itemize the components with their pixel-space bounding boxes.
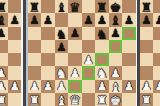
square-g2: ♟ [0,80,8,93]
square-h8 [8,0,21,13]
square-a8: ♜ [28,0,42,13]
square-d7 [68,13,82,26]
square-a1: ♜ [28,93,42,106]
square-g5 [0,40,8,53]
piece-br-g8: ♜ [0,1,7,14]
square-c7 [55,13,69,26]
square-e2 [82,80,96,93]
square-b1 [41,93,55,106]
square-g8: ♜ [0,0,8,13]
square-e5 [82,40,96,53]
square-c1: ♝ [55,93,69,106]
square-f7: ♟ [95,13,109,26]
square-g1: ♜ [0,93,8,106]
square-g2: ♝ [109,80,123,93]
piece-bp-g6: ♟ [110,28,120,40]
square-h2: ♟ [8,80,21,93]
square-a4 [28,53,42,66]
square-f3: ♞ [95,66,109,79]
piece-bp-d6: ♟ [70,28,80,40]
piece-wp-e4: ♟ [83,54,93,66]
square-h6 [8,27,21,40]
square-a5 [140,40,153,53]
piece-bk-g8: ♚ [110,1,122,14]
piece-bn-f6: ♞ [96,27,108,40]
square-h3 [122,66,136,79]
square-a5 [28,40,42,53]
square-g3: ♟ [109,66,123,79]
piece-wp-a2: ♟ [141,81,151,93]
piece-wp-b2: ♟ [154,81,160,93]
piece-wp-g2: ♟ [0,81,6,93]
piece-wp-h2: ♟ [124,81,134,93]
square-d6: ♟ [68,27,82,40]
square-h7: ♟ [8,13,21,26]
square-f5 [95,40,109,53]
square-a6 [28,27,42,40]
square-a4 [140,53,153,66]
square-b3 [41,66,55,79]
square-a7: ♟ [28,13,42,26]
square-b5 [153,40,160,53]
piece-wp-c2: ♟ [56,81,66,93]
piece-bq-d8: ♛ [69,1,81,14]
square-g4 [0,53,8,66]
square-b8 [153,0,160,13]
square-d5 [68,40,82,53]
piece-bp-b7: ♟ [154,15,160,27]
square-b7: ♟ [153,13,160,26]
square-b4 [153,53,160,66]
piece-wp-d3: ♟ [70,68,80,80]
square-g8: ♚ [109,0,123,13]
square-b1 [153,93,160,106]
square-c6: ♞ [55,27,69,40]
square-c8: ♝ [55,0,69,13]
square-d4 [68,53,82,66]
square-e3 [82,66,96,79]
piece-wr-f1: ♜ [96,93,108,106]
square-a2: ♟ [140,80,153,93]
square-f4 [95,53,109,66]
square-a1: ♜ [140,93,153,106]
square-h5 [8,40,21,53]
square-h3 [8,66,21,79]
square-h7: ♟ [122,13,136,26]
main-chess-board: ♜♝♛♜♚♟♟♟♟♝♟♞♟♞♟♟♟♞♟♞♟♟♟♟♟♝♟♜♝♛♜♚ [28,0,136,106]
square-d2 [68,80,82,93]
square-d8: ♛ [68,0,82,13]
square-c5: ♟ [55,40,69,53]
piece-wp-f2: ♟ [97,81,107,93]
piece-bp-h7: ♟ [9,15,19,27]
piece-wp-g3: ♟ [0,68,6,80]
left-board-thumbnail[interactable]: ♜♝♟♟♟♟♟♜ [0,0,21,106]
piece-wb-c1: ♝ [56,93,68,106]
square-b6 [153,27,160,40]
square-c3: ♞ [55,66,69,79]
square-g7: ♝ [109,13,123,26]
square-a8: ♜ [140,0,153,13]
square-f6: ♞ [95,27,109,40]
square-e6 [82,27,96,40]
chess-thumbnails-strip: ♜♝♟♟♟♟♟♜ ♜♝♛♜♚♟♟♟♟♝♟♞♟♞♟♟♟♞♟♞♟♟♟♟♟♝♟♜♝♛♜… [0,0,160,106]
square-b2: ♟ [41,80,55,93]
piece-bp-f7: ♟ [97,15,107,27]
square-a3 [140,66,153,79]
square-f1: ♜ [95,93,109,106]
piece-wr-a1: ♜ [141,93,153,106]
square-b3 [153,66,160,79]
piece-wr-g1: ♜ [0,93,7,106]
piece-bp-e7: ♟ [83,15,93,27]
piece-wk-g1: ♚ [110,93,122,106]
square-g6: ♟ [0,27,8,40]
square-h4 [122,53,136,66]
square-b6 [41,27,55,40]
square-g6: ♟ [109,27,123,40]
square-b8 [41,0,55,13]
square-c4 [55,53,69,66]
square-h6 [122,27,136,40]
square-g4 [109,53,123,66]
square-b4 [41,53,55,66]
piece-wp-h2: ♟ [9,81,19,93]
square-d3: ♟ [68,66,82,79]
square-d1: ♛ [68,93,82,106]
square-f2: ♟ [95,80,109,93]
square-h4 [8,53,21,66]
piece-wb-g2: ♝ [110,80,122,93]
square-b2: ♟ [153,80,160,93]
piece-bp-g6: ♟ [0,28,6,40]
square-g5 [109,40,123,53]
piece-wq-d1: ♛ [69,93,81,106]
piece-bb-c8: ♝ [56,1,68,14]
piece-bp-c5: ♟ [56,41,66,53]
piece-bp-a7: ♟ [141,15,151,27]
right-board: ♜♟♟♟♟♜ [140,0,160,106]
square-a6 [140,27,153,40]
square-a2: ♟ [28,80,42,93]
square-c2: ♟ [55,80,69,93]
square-f8: ♜ [95,0,109,13]
square-b5 [41,40,55,53]
square-b7: ♟ [41,13,55,26]
square-e8 [82,0,96,13]
piece-wr-a1: ♜ [29,93,41,106]
right-board-thumbnail[interactable]: ♜♟♟♟♟♜ [140,0,160,106]
piece-bp-a7: ♟ [29,15,39,27]
piece-bp-b7: ♟ [43,15,53,27]
square-g7: ♝ [0,13,8,26]
piece-wp-b2: ♟ [43,81,53,93]
square-e7: ♟ [82,13,96,26]
square-e4: ♟ [82,53,96,66]
piece-wp-g3: ♟ [110,68,120,80]
square-a7: ♟ [140,13,153,26]
piece-bp-h7: ♟ [124,15,134,27]
piece-wp-a2: ♟ [29,81,39,93]
middle-board-thumbnail[interactable]: ♜♝♛♜♚♟♟♟♟♝♟♞♟♞♟♟♟♞♟♞♟♟♟♟♟♝♟♜♝♛♜♚ [28,0,136,106]
square-h2: ♟ [122,80,136,93]
square-h1 [122,93,136,106]
square-a3 [28,66,42,79]
square-h5 [122,40,136,53]
square-h1 [8,93,21,106]
square-g1: ♚ [109,93,123,106]
square-e1 [82,93,96,106]
square-g3: ♟ [0,66,8,79]
square-h8 [122,0,136,13]
left-board: ♜♝♟♟♟♟♟♜ [0,0,21,106]
